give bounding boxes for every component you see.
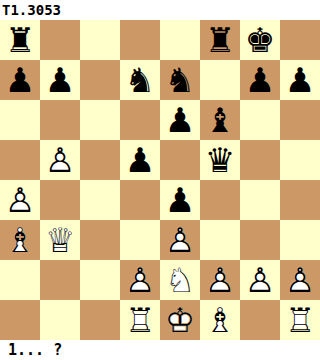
chess-puzzle-app: T1.3053 ♜♜♚♟♟♞♞♟♟♟♝♟♙♟♛♟♙♟♝♗♛♕♟♙♟♙♞♘♟♙♟♙… [0, 0, 320, 360]
square-c6[interactable] [80, 100, 120, 140]
square-a5[interactable] [0, 140, 40, 180]
square-e7[interactable]: ♞ [160, 60, 200, 100]
black-rook: ♜ [0, 20, 40, 60]
square-a2[interactable] [0, 260, 40, 300]
square-b7[interactable]: ♟ [40, 60, 80, 100]
white-pawn: ♟♙ [200, 260, 240, 300]
black-pawn: ♟ [240, 60, 280, 100]
black-king: ♚ [240, 20, 280, 60]
square-g1[interactable] [240, 300, 280, 340]
square-b1[interactable] [40, 300, 80, 340]
square-h4[interactable] [280, 180, 320, 220]
square-d5[interactable]: ♟ [120, 140, 160, 180]
square-d3[interactable] [120, 220, 160, 260]
black-queen: ♛ [200, 140, 240, 180]
square-e6[interactable]: ♟ [160, 100, 200, 140]
white-bishop: ♝♗ [0, 220, 40, 260]
square-h8[interactable] [280, 20, 320, 60]
square-f5[interactable]: ♛ [200, 140, 240, 180]
black-pawn: ♟ [160, 100, 200, 140]
black-rook: ♜ [200, 20, 240, 60]
square-c3[interactable] [80, 220, 120, 260]
square-a7[interactable]: ♟ [0, 60, 40, 100]
square-b4[interactable] [40, 180, 80, 220]
square-d1[interactable]: ♜♖ [120, 300, 160, 340]
square-d8[interactable] [120, 20, 160, 60]
black-knight: ♞ [160, 60, 200, 100]
square-b2[interactable] [40, 260, 80, 300]
square-f6[interactable]: ♝ [200, 100, 240, 140]
square-a1[interactable] [0, 300, 40, 340]
square-h5[interactable] [280, 140, 320, 180]
square-a8[interactable]: ♜ [0, 20, 40, 60]
square-a3[interactable]: ♝♗ [0, 220, 40, 260]
square-c2[interactable] [80, 260, 120, 300]
black-pawn: ♟ [160, 180, 200, 220]
white-pawn: ♟♙ [120, 260, 160, 300]
white-knight: ♞♘ [160, 260, 200, 300]
square-c7[interactable] [80, 60, 120, 100]
move-prompt: 1... ? [0, 340, 320, 360]
square-e3[interactable]: ♟♙ [160, 220, 200, 260]
square-h1[interactable]: ♜♖ [280, 300, 320, 340]
square-d6[interactable] [120, 100, 160, 140]
square-e4[interactable]: ♟ [160, 180, 200, 220]
square-e2[interactable]: ♞♘ [160, 260, 200, 300]
white-pawn: ♟♙ [0, 180, 40, 220]
square-h2[interactable]: ♟♙ [280, 260, 320, 300]
square-a6[interactable] [0, 100, 40, 140]
square-d4[interactable] [120, 180, 160, 220]
white-king: ♚♔ [160, 300, 200, 340]
chess-board: ♜♜♚♟♟♞♞♟♟♟♝♟♙♟♛♟♙♟♝♗♛♕♟♙♟♙♞♘♟♙♟♙♟♙♜♖♚♔♝♗… [0, 20, 320, 340]
square-b5[interactable]: ♟♙ [40, 140, 80, 180]
black-pawn: ♟ [280, 60, 320, 100]
square-f4[interactable] [200, 180, 240, 220]
square-g3[interactable] [240, 220, 280, 260]
white-pawn: ♟♙ [240, 260, 280, 300]
square-a4[interactable]: ♟♙ [0, 180, 40, 220]
square-f1[interactable]: ♝♗ [200, 300, 240, 340]
square-f2[interactable]: ♟♙ [200, 260, 240, 300]
white-pawn: ♟♙ [40, 140, 80, 180]
square-c5[interactable] [80, 140, 120, 180]
square-g2[interactable]: ♟♙ [240, 260, 280, 300]
black-pawn: ♟ [40, 60, 80, 100]
white-bishop: ♝♗ [200, 300, 240, 340]
square-e8[interactable] [160, 20, 200, 60]
square-f7[interactable] [200, 60, 240, 100]
square-g7[interactable]: ♟ [240, 60, 280, 100]
square-h7[interactable]: ♟ [280, 60, 320, 100]
square-c4[interactable] [80, 180, 120, 220]
black-pawn: ♟ [0, 60, 40, 100]
square-b3[interactable]: ♛♕ [40, 220, 80, 260]
black-pawn: ♟ [120, 140, 160, 180]
square-g4[interactable] [240, 180, 280, 220]
puzzle-title: T1.3053 [0, 0, 320, 20]
square-h6[interactable] [280, 100, 320, 140]
white-rook: ♜♖ [280, 300, 320, 340]
square-g5[interactable] [240, 140, 280, 180]
square-h3[interactable] [280, 220, 320, 260]
square-d7[interactable]: ♞ [120, 60, 160, 100]
white-queen: ♛♕ [40, 220, 80, 260]
square-f8[interactable]: ♜ [200, 20, 240, 60]
square-g8[interactable]: ♚ [240, 20, 280, 60]
square-b8[interactable] [40, 20, 80, 60]
square-e5[interactable] [160, 140, 200, 180]
square-b6[interactable] [40, 100, 80, 140]
white-pawn: ♟♙ [280, 260, 320, 300]
square-c8[interactable] [80, 20, 120, 60]
square-e1[interactable]: ♚♔ [160, 300, 200, 340]
white-pawn: ♟♙ [160, 220, 200, 260]
square-f3[interactable] [200, 220, 240, 260]
white-rook: ♜♖ [120, 300, 160, 340]
black-knight: ♞ [120, 60, 160, 100]
square-c1[interactable] [80, 300, 120, 340]
square-g6[interactable] [240, 100, 280, 140]
black-bishop: ♝ [200, 100, 240, 140]
square-d2[interactable]: ♟♙ [120, 260, 160, 300]
